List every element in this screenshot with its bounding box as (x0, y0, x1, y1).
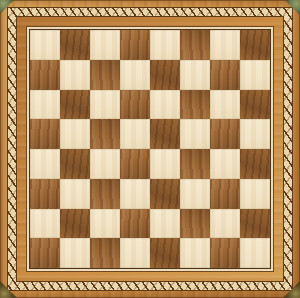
square-d1[interactable] (120, 238, 150, 268)
square-a1[interactable] (30, 238, 60, 268)
square-f3[interactable] (180, 179, 210, 209)
square-c5[interactable] (90, 119, 120, 149)
square-b8[interactable] (60, 30, 90, 60)
square-a2[interactable] (30, 209, 60, 239)
square-f7[interactable] (180, 60, 210, 90)
square-g1[interactable] (210, 238, 240, 268)
chessboard (29, 29, 271, 269)
square-e6[interactable] (150, 90, 180, 120)
square-d6[interactable] (120, 90, 150, 120)
board-outer-frame (0, 0, 300, 298)
pinstripe-inlay (26, 26, 274, 272)
square-e8[interactable] (150, 30, 180, 60)
square-h3[interactable] (240, 179, 270, 209)
square-f2[interactable] (180, 209, 210, 239)
square-h5[interactable] (240, 119, 270, 149)
square-c6[interactable] (90, 90, 120, 120)
square-a5[interactable] (30, 119, 60, 149)
square-b5[interactable] (60, 119, 90, 149)
square-e3[interactable] (150, 179, 180, 209)
square-a6[interactable] (30, 90, 60, 120)
square-e1[interactable] (150, 238, 180, 268)
square-b2[interactable] (60, 209, 90, 239)
square-c8[interactable] (90, 30, 120, 60)
square-c3[interactable] (90, 179, 120, 209)
square-b1[interactable] (60, 238, 90, 268)
square-c7[interactable] (90, 60, 120, 90)
square-h7[interactable] (240, 60, 270, 90)
square-g6[interactable] (210, 90, 240, 120)
square-c1[interactable] (90, 238, 120, 268)
square-g7[interactable] (210, 60, 240, 90)
square-g5[interactable] (210, 119, 240, 149)
square-g3[interactable] (210, 179, 240, 209)
square-e7[interactable] (150, 60, 180, 90)
square-d7[interactable] (120, 60, 150, 90)
square-d4[interactable] (120, 149, 150, 179)
square-f8[interactable] (180, 30, 210, 60)
square-h8[interactable] (240, 30, 270, 60)
square-g8[interactable] (210, 30, 240, 60)
square-h6[interactable] (240, 90, 270, 120)
square-h1[interactable] (240, 238, 270, 268)
square-d5[interactable] (120, 119, 150, 149)
square-f1[interactable] (180, 238, 210, 268)
square-a3[interactable] (30, 179, 60, 209)
square-d8[interactable] (120, 30, 150, 60)
square-g4[interactable] (210, 149, 240, 179)
chessboard-photo (0, 0, 300, 298)
square-a8[interactable] (30, 30, 60, 60)
square-g2[interactable] (210, 209, 240, 239)
square-e2[interactable] (150, 209, 180, 239)
board-inner-frame (16, 16, 284, 282)
square-f4[interactable] (180, 149, 210, 179)
square-a4[interactable] (30, 149, 60, 179)
square-e5[interactable] (150, 119, 180, 149)
rope-inlay-band (7, 7, 293, 291)
square-a7[interactable] (30, 60, 60, 90)
square-f6[interactable] (180, 90, 210, 120)
square-b7[interactable] (60, 60, 90, 90)
square-c4[interactable] (90, 149, 120, 179)
square-h2[interactable] (240, 209, 270, 239)
square-d2[interactable] (120, 209, 150, 239)
square-c2[interactable] (90, 209, 120, 239)
square-b6[interactable] (60, 90, 90, 120)
square-b4[interactable] (60, 149, 90, 179)
square-d3[interactable] (120, 179, 150, 209)
square-b3[interactable] (60, 179, 90, 209)
square-e4[interactable] (150, 149, 180, 179)
square-h4[interactable] (240, 149, 270, 179)
square-f5[interactable] (180, 119, 210, 149)
